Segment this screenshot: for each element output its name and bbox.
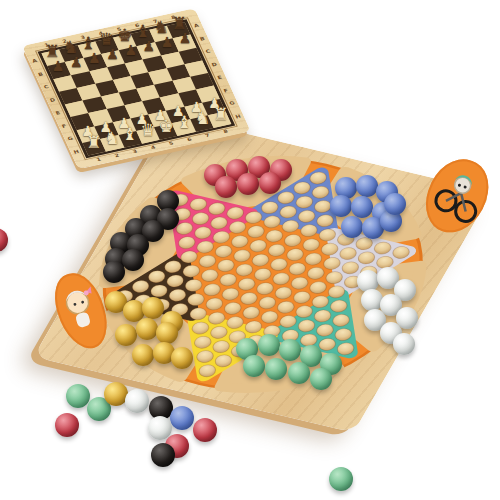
- board-coordinate: G: [229, 101, 236, 106]
- board-coordinate: 3: [132, 149, 138, 154]
- board-coordinate: F: [223, 88, 229, 93]
- red-marble[interactable]: [55, 413, 79, 437]
- board-coordinate: 8: [223, 129, 229, 134]
- board-coordinate: 6: [186, 137, 192, 142]
- green-marble[interactable]: [87, 397, 111, 421]
- board-coordinate: 1: [44, 43, 50, 48]
- board-coordinate: 5: [168, 141, 174, 146]
- board-coordinate: 2: [62, 39, 68, 44]
- board-coordinate: 3: [80, 35, 86, 40]
- red-marble[interactable]: [0, 228, 8, 252]
- board-coordinate: 8: [170, 15, 176, 20]
- blue-marble[interactable]: [170, 406, 194, 430]
- board-coordinate: C: [43, 84, 49, 89]
- board-coordinate: H: [73, 149, 80, 154]
- board-coordinate: A: [193, 23, 199, 28]
- board-coordinate: 2: [114, 153, 120, 158]
- board-coordinate: D: [49, 97, 56, 102]
- board-coordinate: 5: [116, 27, 122, 32]
- board-coordinate: E: [55, 110, 61, 115]
- board-coordinate: E: [217, 75, 223, 80]
- board-coordinate: 7: [152, 19, 158, 24]
- board-coordinate: 7: [204, 133, 210, 138]
- yellow-marble[interactable]: [104, 382, 128, 406]
- board-coordinate: C: [205, 49, 211, 54]
- board-coordinate: 1: [96, 157, 102, 162]
- green-marble[interactable]: [329, 467, 353, 491]
- white-marble[interactable]: [148, 416, 172, 440]
- red-marble[interactable]: [165, 434, 189, 458]
- board-coordinate: D: [211, 62, 218, 67]
- board-coordinate: F: [61, 123, 67, 128]
- board-coordinate: B: [199, 36, 205, 41]
- board-coordinate: 4: [98, 31, 104, 36]
- red-marble[interactable]: [193, 418, 217, 442]
- black-marble[interactable]: [151, 443, 175, 467]
- white-marble[interactable]: [125, 389, 149, 413]
- green-marble[interactable]: [66, 384, 90, 408]
- board-coordinate: 6: [134, 23, 140, 28]
- board-coordinate: A: [31, 58, 37, 63]
- board-coordinate: G: [67, 136, 74, 141]
- board-coordinate: H: [234, 113, 241, 118]
- board-coordinate: B: [37, 71, 43, 76]
- board-coordinate: 4: [150, 145, 156, 150]
- product-photo-scene: ABCDEFGHABCDEFGH1234567812345678 ♜♞: [0, 0, 500, 500]
- black-marble[interactable]: [149, 396, 173, 420]
